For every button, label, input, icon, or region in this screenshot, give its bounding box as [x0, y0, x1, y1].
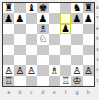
square-f4[interactable] — [60, 45, 71, 55]
square-h7[interactable]: ♟ — [83, 13, 94, 23]
square-d4[interactable] — [37, 45, 48, 55]
square-d6[interactable]: ♗ — [37, 24, 48, 34]
square-g2[interactable]: ♙ — [71, 65, 82, 75]
white-bishop-icon: ♗ — [50, 65, 59, 75]
square-a5[interactable] — [3, 34, 14, 44]
square-f7[interactable] — [60, 13, 71, 23]
file-label-d: d — [37, 89, 48, 95]
square-b7[interactable]: ♟ — [14, 13, 25, 23]
file-label-f: f — [60, 89, 71, 95]
square-d5[interactable]: ♘ — [37, 34, 48, 44]
square-d7[interactable]: ♟ — [37, 13, 48, 23]
black-knight-icon: ♞ — [73, 3, 82, 13]
square-g4[interactable] — [71, 45, 82, 55]
square-e1[interactable] — [49, 76, 60, 86]
square-f8[interactable] — [60, 3, 71, 13]
square-c8[interactable]: ♝ — [26, 3, 37, 13]
rank-label-7: 7 — [96, 13, 99, 23]
square-b6[interactable] — [14, 24, 25, 34]
rank-label-4: 4 — [96, 45, 99, 55]
chess-board-frame: ♜♝♚♞♜♟♟♟♟♟♗♟♘♙♙♙♗♙♙♖♖♔ — [2, 2, 95, 87]
rank-label-2: 2 — [96, 65, 99, 75]
white-king-icon: ♔ — [73, 76, 82, 86]
square-c1[interactable] — [26, 76, 37, 86]
file-labels: abcdefgh — [3, 89, 94, 95]
black-king-icon: ♚ — [38, 3, 47, 13]
white-rook-icon: ♖ — [4, 76, 13, 86]
square-h5[interactable] — [83, 34, 94, 44]
file-label-c: c — [26, 89, 37, 95]
square-h6[interactable] — [83, 24, 94, 34]
black-bishop-icon: ♝ — [27, 3, 36, 13]
square-b1[interactable] — [14, 76, 25, 86]
square-e8[interactable] — [49, 3, 60, 13]
black-pawn-icon: ♟ — [16, 13, 25, 23]
square-f5[interactable] — [60, 34, 71, 44]
chess-board: ♜♝♚♞♜♟♟♟♟♟♗♟♘♙♙♙♗♙♙♖♖♔ — [3, 3, 94, 86]
black-pawn-icon: ♟ — [4, 13, 13, 23]
square-b4[interactable] — [14, 45, 25, 55]
file-label-h: h — [83, 89, 94, 95]
square-e2[interactable]: ♗ — [49, 65, 60, 75]
square-e4[interactable] — [49, 45, 60, 55]
square-h3[interactable] — [83, 55, 94, 65]
square-a4[interactable] — [3, 45, 14, 55]
square-g1[interactable]: ♔ — [71, 76, 82, 86]
black-rook-icon: ♜ — [84, 3, 93, 13]
square-g5[interactable] — [71, 34, 82, 44]
black-pawn-icon: ♟ — [38, 13, 47, 23]
white-knight-icon: ♘ — [38, 34, 47, 44]
square-b5[interactable] — [14, 34, 25, 44]
rank-labels: 87654321 — [96, 3, 99, 86]
square-d8[interactable]: ♚ — [37, 3, 48, 13]
square-c7[interactable] — [26, 13, 37, 23]
square-d2[interactable] — [37, 65, 48, 75]
white-pawn-icon: ♙ — [16, 65, 25, 75]
square-g7[interactable]: ♟ — [71, 13, 82, 23]
square-c5[interactable] — [26, 34, 37, 44]
square-a2[interactable]: ♙ — [3, 65, 14, 75]
square-h4[interactable] — [83, 45, 94, 55]
black-pawn-icon: ♟ — [61, 24, 70, 34]
square-a3[interactable] — [3, 55, 14, 65]
file-label-b: b — [14, 89, 25, 95]
rank-label-3: 3 — [96, 55, 99, 65]
white-pawn-icon: ♙ — [73, 65, 82, 75]
file-label-a: a — [3, 89, 14, 95]
square-f1[interactable]: ♖ — [60, 76, 71, 86]
square-d3[interactable] — [37, 55, 48, 65]
file-label-e: e — [49, 89, 60, 95]
square-e5[interactable] — [49, 34, 60, 44]
square-e7[interactable] — [49, 13, 60, 23]
black-pawn-icon: ♟ — [73, 13, 82, 23]
white-pawn-icon: ♙ — [4, 65, 13, 75]
square-h8[interactable]: ♜ — [83, 3, 94, 13]
file-label-g: g — [71, 89, 82, 95]
rank-label-8: 8 — [96, 3, 99, 13]
square-a8[interactable]: ♜ — [3, 3, 14, 13]
black-rook-icon: ♜ — [4, 3, 13, 13]
rank-label-5: 5 — [96, 34, 99, 44]
square-f6[interactable]: ♟ — [60, 24, 71, 34]
square-c4[interactable] — [26, 45, 37, 55]
square-h2[interactable]: ♙ — [83, 65, 94, 75]
square-e3[interactable] — [49, 55, 60, 65]
square-c2[interactable]: ♙ — [26, 65, 37, 75]
square-g8[interactable]: ♞ — [71, 3, 82, 13]
square-e6[interactable] — [49, 24, 60, 34]
square-a1[interactable]: ♖ — [3, 76, 14, 86]
square-h1[interactable] — [83, 76, 94, 86]
square-b8[interactable] — [14, 3, 25, 13]
white-rook-icon: ♖ — [61, 76, 70, 86]
rank-label-1: 1 — [96, 76, 99, 86]
square-g3[interactable] — [71, 55, 82, 65]
square-a6[interactable] — [3, 24, 14, 34]
square-f3[interactable] — [60, 55, 71, 65]
square-b2[interactable]: ♙ — [14, 65, 25, 75]
black-pawn-icon: ♟ — [84, 13, 93, 23]
white-pawn-icon: ♙ — [27, 65, 36, 75]
square-c3[interactable] — [26, 55, 37, 65]
square-a7[interactable]: ♟ — [3, 13, 14, 23]
square-c6[interactable] — [26, 24, 37, 34]
square-b3[interactable] — [14, 55, 25, 65]
square-d1[interactable] — [37, 76, 48, 86]
rank-label-6: 6 — [96, 24, 99, 34]
white-bishop-icon: ♗ — [38, 24, 47, 34]
white-pawn-icon: ♙ — [84, 65, 93, 75]
square-g6[interactable] — [71, 24, 82, 34]
square-f2[interactable] — [60, 65, 71, 75]
